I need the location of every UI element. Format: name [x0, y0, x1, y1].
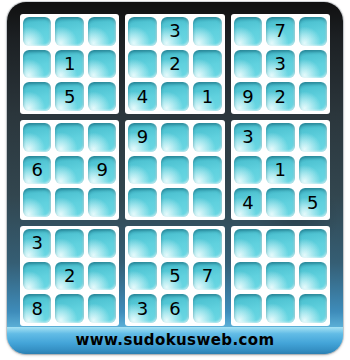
cell-r6c6[interactable] — [193, 188, 221, 217]
cell-r6c9[interactable]: 5 — [299, 188, 327, 217]
cell-r1c5[interactable]: 3 — [161, 17, 189, 46]
cell-r6c8[interactable] — [266, 188, 294, 217]
cell-r2c1[interactable] — [23, 50, 51, 79]
cell-r8c7[interactable] — [234, 262, 262, 291]
cell-r4c2[interactable] — [55, 123, 83, 152]
cell-r5c4[interactable] — [128, 156, 156, 185]
cell-r9c6[interactable] — [193, 294, 221, 323]
cell-r1c1[interactable] — [23, 17, 51, 46]
sudoku-box-5: 9 — [125, 120, 224, 220]
cell-r2c4[interactable] — [128, 50, 156, 79]
cell-r5c9[interactable] — [299, 156, 327, 185]
cell-r3c2[interactable]: 5 — [55, 82, 83, 111]
cell-r4c3[interactable] — [88, 123, 116, 152]
sudoku-box-7: 328 — [20, 226, 119, 326]
cell-r6c1[interactable] — [23, 188, 51, 217]
sudoku-box-8: 5736 — [125, 226, 224, 326]
cell-r3c7[interactable]: 9 — [234, 82, 262, 111]
cell-r2c7[interactable] — [234, 50, 262, 79]
cell-r7c2[interactable] — [55, 229, 83, 258]
cell-r3c1[interactable] — [23, 82, 51, 111]
cell-r9c5[interactable]: 6 — [161, 294, 189, 323]
cell-r6c5[interactable] — [161, 188, 189, 217]
cell-r5c7[interactable] — [234, 156, 262, 185]
cell-r8c1[interactable] — [23, 262, 51, 291]
cell-r7c9[interactable] — [299, 229, 327, 258]
cell-r9c4[interactable]: 3 — [128, 294, 156, 323]
sudoku-box-4: 69 — [20, 120, 119, 220]
cell-r6c7[interactable]: 4 — [234, 188, 262, 217]
cell-r1c3[interactable] — [88, 17, 116, 46]
cell-r7c8[interactable] — [266, 229, 294, 258]
cell-r8c5[interactable]: 5 — [161, 262, 189, 291]
cell-r2c5[interactable]: 2 — [161, 50, 189, 79]
cell-r3c5[interactable] — [161, 82, 189, 111]
cell-r7c1[interactable]: 3 — [23, 229, 51, 258]
cell-r7c4[interactable] — [128, 229, 156, 258]
cell-r3c9[interactable] — [299, 82, 327, 111]
cell-r8c8[interactable] — [266, 262, 294, 291]
cell-r6c4[interactable] — [128, 188, 156, 217]
cell-r7c5[interactable] — [161, 229, 189, 258]
cell-r5c6[interactable] — [193, 156, 221, 185]
cell-r7c7[interactable] — [234, 229, 262, 258]
cell-r4c1[interactable] — [23, 123, 51, 152]
cell-r4c7[interactable]: 3 — [234, 123, 262, 152]
cell-r1c2[interactable] — [55, 17, 83, 46]
sudoku-board: 153241739269931453285736 www.sudokusweb.… — [0, 0, 350, 360]
cell-r8c6[interactable]: 7 — [193, 262, 221, 291]
cell-r2c8[interactable]: 3 — [266, 50, 294, 79]
cell-r1c9[interactable] — [299, 17, 327, 46]
sudoku-box-1: 15 — [20, 14, 119, 114]
cell-r9c3[interactable] — [88, 294, 116, 323]
cell-r9c9[interactable] — [299, 294, 327, 323]
cell-r8c2[interactable]: 2 — [55, 262, 83, 291]
cell-r9c8[interactable] — [266, 294, 294, 323]
cell-r3c4[interactable]: 4 — [128, 82, 156, 111]
cell-r5c8[interactable]: 1 — [266, 156, 294, 185]
cell-r9c2[interactable] — [55, 294, 83, 323]
sudoku-box-6: 3145 — [231, 120, 330, 220]
cell-r4c6[interactable] — [193, 123, 221, 152]
cell-r6c2[interactable] — [55, 188, 83, 217]
board-frame: 153241739269931453285736 www.sudokusweb.… — [7, 2, 343, 354]
footer-band: www.sudokusweb.com — [7, 327, 343, 354]
cell-r6c3[interactable] — [88, 188, 116, 217]
sudoku-box-9 — [231, 226, 330, 326]
cell-r8c4[interactable] — [128, 262, 156, 291]
cell-r5c1[interactable]: 6 — [23, 156, 51, 185]
cell-r5c2[interactable] — [55, 156, 83, 185]
cell-r1c7[interactable] — [234, 17, 262, 46]
cell-r4c8[interactable] — [266, 123, 294, 152]
site-url: www.sudokusweb.com — [75, 331, 274, 349]
cell-r7c6[interactable] — [193, 229, 221, 258]
cell-r1c6[interactable] — [193, 17, 221, 46]
cell-r1c8[interactable]: 7 — [266, 17, 294, 46]
cell-r7c3[interactable] — [88, 229, 116, 258]
cell-r3c6[interactable]: 1 — [193, 82, 221, 111]
cell-r2c6[interactable] — [193, 50, 221, 79]
cell-r3c3[interactable] — [88, 82, 116, 111]
cell-r5c5[interactable] — [161, 156, 189, 185]
cell-r1c4[interactable] — [128, 17, 156, 46]
cell-r4c9[interactable] — [299, 123, 327, 152]
cell-r9c7[interactable] — [234, 294, 262, 323]
cell-r2c3[interactable] — [88, 50, 116, 79]
cell-r2c9[interactable] — [299, 50, 327, 79]
cell-r3c8[interactable]: 2 — [266, 82, 294, 111]
cell-r4c5[interactable] — [161, 123, 189, 152]
sudoku-box-3: 7392 — [231, 14, 330, 114]
cell-r5c3[interactable]: 9 — [88, 156, 116, 185]
cell-r4c4[interactable]: 9 — [128, 123, 156, 152]
cell-r8c9[interactable] — [299, 262, 327, 291]
cell-r2c2[interactable]: 1 — [55, 50, 83, 79]
sudoku-grid: 153241739269931453285736 — [20, 14, 330, 326]
sudoku-box-2: 3241 — [125, 14, 224, 114]
cell-r8c3[interactable] — [88, 262, 116, 291]
cell-r9c1[interactable]: 8 — [23, 294, 51, 323]
